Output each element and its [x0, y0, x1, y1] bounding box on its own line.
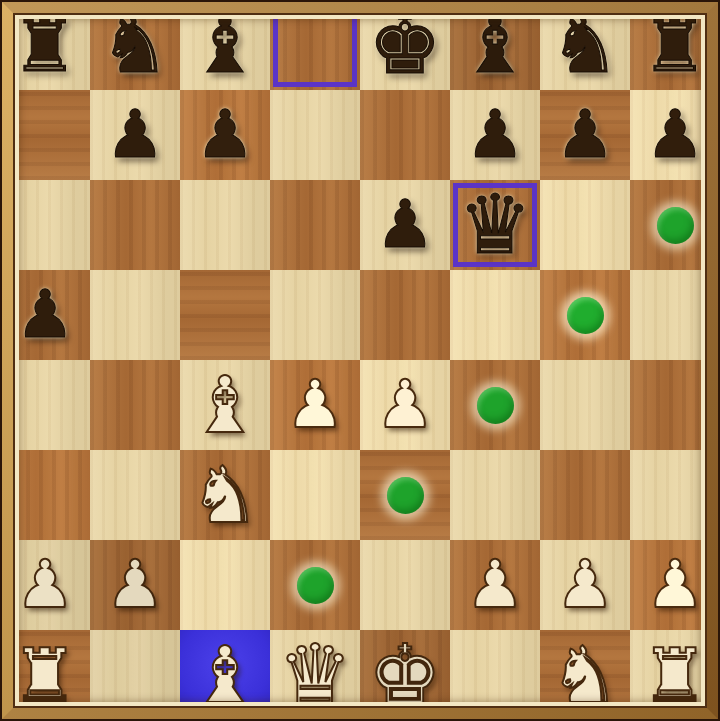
- square-a4[interactable]: [0, 360, 90, 450]
- square-g5[interactable]: [540, 270, 630, 360]
- square-h1[interactable]: ♜: [630, 630, 720, 720]
- black-pawn[interactable]: ♟: [90, 90, 180, 180]
- square-d2[interactable]: [270, 540, 360, 630]
- white-pawn[interactable]: ♟: [90, 540, 180, 630]
- square-h2[interactable]: ♟: [630, 540, 720, 630]
- square-e5[interactable]: [360, 270, 450, 360]
- square-f5[interactable]: [450, 270, 540, 360]
- square-b5[interactable]: [90, 270, 180, 360]
- square-e1[interactable]: ♚: [360, 630, 450, 720]
- square-b6[interactable]: [90, 180, 180, 270]
- square-g3[interactable]: [540, 450, 630, 540]
- square-h8[interactable]: ♜: [630, 0, 720, 90]
- square-a7[interactable]: [0, 90, 90, 180]
- square-f3[interactable]: [450, 450, 540, 540]
- square-b2[interactable]: ♟: [90, 540, 180, 630]
- black-bishop[interactable]: ♝: [180, 0, 270, 90]
- black-bishop[interactable]: ♝: [450, 0, 540, 90]
- square-h4[interactable]: [630, 360, 720, 450]
- square-e6[interactable]: ♟: [360, 180, 450, 270]
- legal-move-dot[interactable]: [657, 207, 694, 244]
- square-e4[interactable]: ♟: [360, 360, 450, 450]
- black-knight[interactable]: ♞: [90, 0, 180, 90]
- square-d6[interactable]: [270, 180, 360, 270]
- square-b7[interactable]: ♟: [90, 90, 180, 180]
- square-h3[interactable]: [630, 450, 720, 540]
- white-rook[interactable]: ♜: [630, 630, 720, 720]
- square-f6[interactable]: ♛: [450, 180, 540, 270]
- square-c5[interactable]: [180, 270, 270, 360]
- legal-move-dot[interactable]: [387, 477, 424, 514]
- square-f7[interactable]: ♟: [450, 90, 540, 180]
- square-g1[interactable]: ♞: [540, 630, 630, 720]
- chess-board: ♜♞♝♚♝♞♜♟♟♟♟♟♟♛♟♝♟♟♞♟♟♟♟♟♜♝♛♚♞♜: [0, 0, 720, 720]
- square-f2[interactable]: ♟: [450, 540, 540, 630]
- square-d3[interactable]: [270, 450, 360, 540]
- square-b3[interactable]: [90, 450, 180, 540]
- black-pawn[interactable]: ♟: [0, 270, 90, 360]
- square-a2[interactable]: ♟: [0, 540, 90, 630]
- square-f1[interactable]: [450, 630, 540, 720]
- white-pawn[interactable]: ♟: [360, 360, 450, 450]
- legal-move-dot[interactable]: [477, 387, 514, 424]
- square-d5[interactable]: [270, 270, 360, 360]
- chess-app-screen: ♜♞♝♚♝♞♜♟♟♟♟♟♟♛♟♝♟♟♞♟♟♟♟♟♜♝♛♚♞♜: [0, 0, 720, 721]
- black-pawn[interactable]: ♟: [180, 90, 270, 180]
- black-pawn[interactable]: ♟: [630, 90, 720, 180]
- black-pawn[interactable]: ♟: [540, 90, 630, 180]
- square-f8[interactable]: ♝: [450, 0, 540, 90]
- square-a1[interactable]: ♜: [0, 630, 90, 720]
- black-pawn[interactable]: ♟: [450, 90, 540, 180]
- white-bishop[interactable]: ♝: [180, 630, 270, 720]
- square-c8[interactable]: ♝: [180, 0, 270, 90]
- square-c4[interactable]: ♝: [180, 360, 270, 450]
- square-b4[interactable]: [90, 360, 180, 450]
- square-e8[interactable]: ♚: [360, 0, 450, 90]
- square-d7[interactable]: [270, 90, 360, 180]
- legal-move-dot[interactable]: [297, 567, 334, 604]
- square-h6[interactable]: [630, 180, 720, 270]
- white-pawn[interactable]: ♟: [270, 360, 360, 450]
- square-f4[interactable]: [450, 360, 540, 450]
- square-c7[interactable]: ♟: [180, 90, 270, 180]
- square-h7[interactable]: ♟: [630, 90, 720, 180]
- white-pawn[interactable]: ♟: [630, 540, 720, 630]
- square-a3[interactable]: [0, 450, 90, 540]
- white-bishop[interactable]: ♝: [180, 360, 270, 450]
- square-e3[interactable]: [360, 450, 450, 540]
- white-knight[interactable]: ♞: [540, 630, 630, 720]
- square-g8[interactable]: ♞: [540, 0, 630, 90]
- last-move-highlight: [273, 3, 357, 87]
- square-d8[interactable]: [270, 0, 360, 90]
- black-pawn[interactable]: ♟: [360, 180, 450, 270]
- square-g4[interactable]: [540, 360, 630, 450]
- square-b8[interactable]: ♞: [90, 0, 180, 90]
- square-e7[interactable]: [360, 90, 450, 180]
- black-rook[interactable]: ♜: [0, 0, 90, 90]
- square-g2[interactable]: ♟: [540, 540, 630, 630]
- square-c3[interactable]: ♞: [180, 450, 270, 540]
- square-e2[interactable]: [360, 540, 450, 630]
- legal-move-dot[interactable]: [567, 297, 604, 334]
- square-c6[interactable]: [180, 180, 270, 270]
- square-c1[interactable]: ♝: [180, 630, 270, 720]
- square-d4[interactable]: ♟: [270, 360, 360, 450]
- square-a5[interactable]: ♟: [0, 270, 90, 360]
- black-knight[interactable]: ♞: [540, 0, 630, 90]
- white-knight[interactable]: ♞: [180, 450, 270, 540]
- white-pawn[interactable]: ♟: [0, 540, 90, 630]
- white-pawn[interactable]: ♟: [450, 540, 540, 630]
- square-g7[interactable]: ♟: [540, 90, 630, 180]
- square-a8[interactable]: ♜: [0, 0, 90, 90]
- white-queen[interactable]: ♛: [270, 630, 360, 720]
- white-pawn[interactable]: ♟: [540, 540, 630, 630]
- square-a6[interactable]: [0, 180, 90, 270]
- square-b1[interactable]: [90, 630, 180, 720]
- black-queen[interactable]: ♛: [450, 180, 540, 270]
- square-h5[interactable]: [630, 270, 720, 360]
- black-rook[interactable]: ♜: [630, 0, 720, 90]
- white-king[interactable]: ♚: [360, 630, 450, 720]
- square-g6[interactable]: [540, 180, 630, 270]
- square-c2[interactable]: [180, 540, 270, 630]
- white-rook[interactable]: ♜: [0, 630, 90, 720]
- square-d1[interactable]: ♛: [270, 630, 360, 720]
- black-king[interactable]: ♚: [360, 0, 450, 90]
